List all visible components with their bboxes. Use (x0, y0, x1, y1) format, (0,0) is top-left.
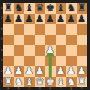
white-pawn-d2[interactable]: ♟ (35, 66, 44, 77)
black-rook-a8[interactable]: ♜ (4, 3, 13, 14)
black-pawn-h7[interactable]: ♟ (77, 14, 86, 25)
white-knight-g1[interactable]: ♞ (67, 77, 76, 88)
square-d5[interactable] (35, 35, 46, 46)
square-c6[interactable] (24, 24, 35, 35)
square-d1[interactable]: ♛ (35, 77, 46, 88)
square-c5[interactable] (24, 35, 35, 46)
square-d6[interactable] (35, 24, 46, 35)
square-h6[interactable] (77, 24, 88, 35)
black-pawn-g7[interactable]: ♟ (67, 14, 76, 25)
black-bishop-f8[interactable]: ♝ (56, 3, 65, 14)
square-b7[interactable]: ♟ (14, 14, 25, 25)
square-a5[interactable] (3, 35, 14, 46)
black-bishop-c8[interactable]: ♝ (25, 3, 34, 14)
white-king-e1[interactable]: ♚ (46, 77, 55, 88)
coord-file-f: f (56, 87, 67, 90)
coord-file-a: a (3, 87, 14, 90)
square-f8[interactable]: ♝ (56, 3, 67, 14)
square-f4[interactable] (56, 45, 67, 56)
square-e7[interactable]: ♟ (45, 14, 56, 25)
white-bishop-f1[interactable]: ♝ (56, 77, 65, 88)
black-pawn-d7[interactable]: ♟ (35, 14, 44, 25)
square-a7[interactable]: ♟ (3, 14, 14, 25)
square-a1[interactable]: ♜ (3, 77, 14, 88)
square-d4[interactable] (35, 45, 46, 56)
white-rook-h1[interactable]: ♜ (77, 77, 86, 88)
square-c8[interactable]: ♝ (24, 3, 35, 14)
coord-file-e: e (45, 87, 56, 90)
square-d2[interactable]: ♟ (35, 66, 46, 77)
black-rook-h8[interactable]: ♜ (77, 3, 86, 14)
square-h2[interactable]: ♟ (77, 66, 88, 77)
square-b2[interactable]: ♟ (14, 66, 25, 77)
square-d8[interactable]: ♛ (35, 3, 46, 14)
square-b8[interactable]: ♞ (14, 3, 25, 14)
black-queen-d8[interactable]: ♛ (35, 3, 44, 14)
square-b6[interactable] (14, 24, 25, 35)
black-knight-b8[interactable]: ♞ (14, 3, 23, 14)
square-b4[interactable] (14, 45, 25, 56)
chess-board[interactable]: ♜♞♝♛♚♝♞♜♟♟♟♟♟♟♟♟♟♟♟♟♟♟♟♟♜♞♝♛♚♝♞♜ (3, 3, 87, 87)
black-pawn-b7[interactable]: ♟ (14, 14, 23, 25)
square-e3[interactable] (45, 56, 56, 67)
square-c4[interactable] (24, 45, 35, 56)
square-a8[interactable]: ♜ (3, 3, 14, 14)
square-h4[interactable] (77, 45, 88, 56)
white-knight-b1[interactable]: ♞ (14, 77, 23, 88)
square-d7[interactable]: ♟ (35, 14, 46, 25)
square-c1[interactable]: ♝ (24, 77, 35, 88)
black-king-e8[interactable]: ♚ (46, 3, 55, 14)
square-e1[interactable]: ♚ (45, 77, 56, 88)
black-pawn-e7[interactable]: ♟ (46, 14, 55, 25)
square-g5[interactable] (66, 35, 77, 46)
square-e6[interactable] (45, 24, 56, 35)
coord-file-h: h (77, 87, 88, 90)
white-pawn-a2[interactable]: ♟ (4, 66, 13, 77)
white-pawn-c2[interactable]: ♟ (25, 66, 34, 77)
square-g2[interactable]: ♟ (66, 66, 77, 77)
square-h1[interactable]: ♜ (77, 77, 88, 88)
white-pawn-f2[interactable]: ♟ (56, 66, 65, 77)
square-g6[interactable] (66, 24, 77, 35)
square-f1[interactable]: ♝ (56, 77, 67, 88)
square-a2[interactable]: ♟ (3, 66, 14, 77)
square-e2[interactable] (45, 66, 56, 77)
white-pawn-h2[interactable]: ♟ (77, 66, 86, 77)
square-f7[interactable]: ♟ (56, 14, 67, 25)
square-e8[interactable]: ♚ (45, 3, 56, 14)
white-pawn-b2[interactable]: ♟ (14, 66, 23, 77)
square-f5[interactable] (56, 35, 67, 46)
white-pawn-g2[interactable]: ♟ (67, 66, 76, 77)
white-queen-d1[interactable]: ♛ (35, 77, 44, 88)
white-pawn-e4[interactable]: ♟ (46, 45, 55, 56)
square-f2[interactable]: ♟ (56, 66, 67, 77)
black-pawn-f7[interactable]: ♟ (56, 14, 65, 25)
square-f6[interactable] (56, 24, 67, 35)
square-g7[interactable]: ♟ (66, 14, 77, 25)
square-g4[interactable] (66, 45, 77, 56)
coord-file-d: d (35, 87, 46, 90)
black-knight-g8[interactable]: ♞ (67, 3, 76, 14)
square-e4[interactable]: ♟ (45, 45, 56, 56)
white-bishop-c1[interactable]: ♝ (25, 77, 34, 88)
square-h8[interactable]: ♜ (77, 3, 88, 14)
square-h7[interactable]: ♟ (77, 14, 88, 25)
square-h5[interactable] (77, 35, 88, 46)
square-a6[interactable] (3, 24, 14, 35)
square-c7[interactable]: ♟ (24, 14, 35, 25)
square-g8[interactable]: ♞ (66, 3, 77, 14)
chess-board-frame: ♜♞♝♛♚♝♞♜♟♟♟♟♟♟♟♟♟♟♟♟♟♟♟♟♜♞♝♛♚♝♞♜ 8765432… (0, 0, 90, 90)
square-c2[interactable]: ♟ (24, 66, 35, 77)
square-a4[interactable] (3, 45, 14, 56)
square-b1[interactable]: ♞ (14, 77, 25, 88)
square-g1[interactable]: ♞ (66, 77, 77, 88)
black-pawn-c7[interactable]: ♟ (25, 14, 34, 25)
coord-file-b: b (14, 87, 25, 90)
coord-file-c: c (24, 87, 35, 90)
square-b5[interactable] (14, 35, 25, 46)
coord-file-g: g (66, 87, 77, 90)
black-pawn-a7[interactable]: ♟ (4, 14, 13, 25)
white-rook-a1[interactable]: ♜ (4, 77, 13, 88)
